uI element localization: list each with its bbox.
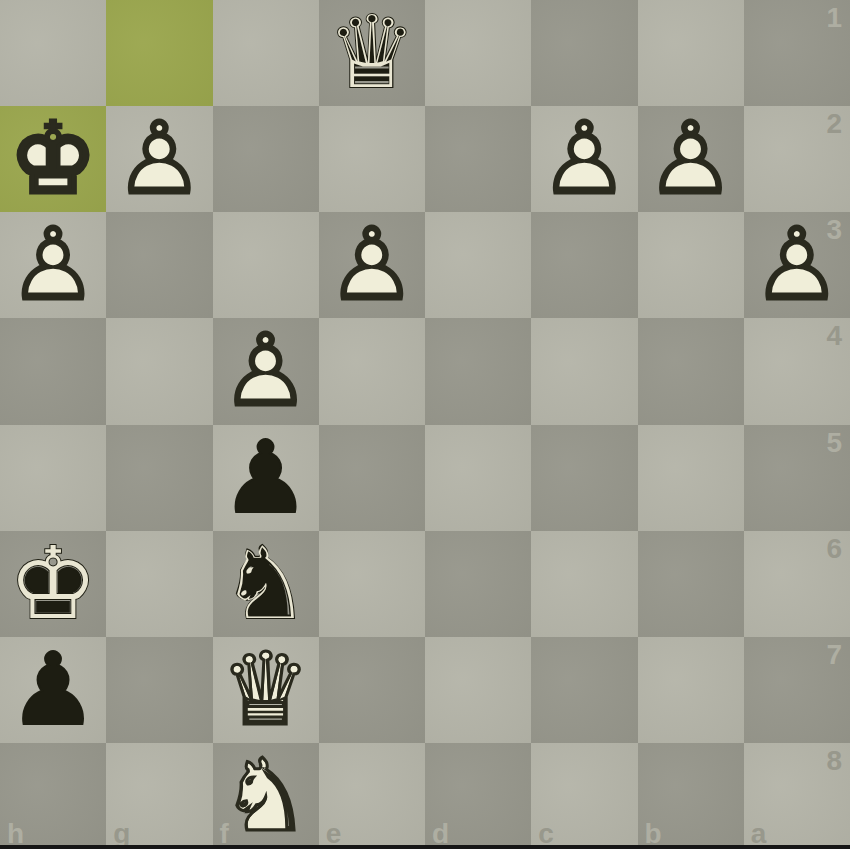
- chess-board[interactable]: ♛♕1♚♔♟♙♟♙♟♙2♟♙♟♙3♟♙♟♙4♟5♚♔♞♘6♟♛♕7hgf♞♘ed…: [0, 0, 850, 849]
- square-e1[interactable]: ♛♕: [319, 0, 425, 106]
- square-b8[interactable]: b: [638, 743, 744, 849]
- square-a1[interactable]: 1: [744, 0, 850, 106]
- white-pawn-piece[interactable]: ♟♙: [213, 318, 319, 424]
- square-g6[interactable]: [106, 531, 212, 637]
- square-f5[interactable]: ♟: [213, 425, 319, 531]
- rank-label-4: 4: [826, 320, 842, 352]
- square-a5[interactable]: 5: [744, 425, 850, 531]
- black-king-piece[interactable]: ♚♔: [0, 531, 106, 637]
- white-pawn-piece[interactable]: ♟♙: [319, 212, 425, 318]
- rank-label-2: 2: [826, 108, 842, 140]
- square-d1[interactable]: [425, 0, 531, 106]
- square-h4[interactable]: [0, 318, 106, 424]
- square-d3[interactable]: [425, 212, 531, 318]
- black-knight-piece[interactable]: ♞♘: [213, 531, 319, 637]
- square-b3[interactable]: [638, 212, 744, 318]
- white-pawn-piece[interactable]: ♟♙: [106, 106, 212, 212]
- square-b1[interactable]: [638, 0, 744, 106]
- square-h3[interactable]: ♟♙: [0, 212, 106, 318]
- square-f4[interactable]: ♟♙: [213, 318, 319, 424]
- queen-glyph-detail: ♕: [327, 3, 417, 103]
- square-h7[interactable]: ♟: [0, 637, 106, 743]
- square-a2[interactable]: 2: [744, 106, 850, 212]
- square-g8[interactable]: g: [106, 743, 212, 849]
- square-b7[interactable]: [638, 637, 744, 743]
- square-g3[interactable]: [106, 212, 212, 318]
- square-d2[interactable]: [425, 106, 531, 212]
- square-c3[interactable]: [531, 212, 637, 318]
- white-pawn-piece[interactable]: ♟♙: [0, 212, 106, 318]
- square-e5[interactable]: [319, 425, 425, 531]
- square-b4[interactable]: [638, 318, 744, 424]
- square-c5[interactable]: [531, 425, 637, 531]
- rank-label-5: 5: [826, 427, 842, 459]
- square-c8[interactable]: c: [531, 743, 637, 849]
- square-c4[interactable]: [531, 318, 637, 424]
- king-glyph-detail: ♔: [8, 109, 98, 209]
- square-d5[interactable]: [425, 425, 531, 531]
- pawn-glyph-detail: ♙: [221, 321, 311, 421]
- square-d4[interactable]: [425, 318, 531, 424]
- square-a6[interactable]: 6: [744, 531, 850, 637]
- black-pawn-piece[interactable]: ♟: [0, 637, 106, 743]
- square-d7[interactable]: [425, 637, 531, 743]
- pawn-glyph-detail: ♙: [115, 109, 205, 209]
- knight-glyph-detail: ♘: [221, 534, 311, 634]
- black-queen-piece[interactable]: ♛♕: [319, 0, 425, 106]
- square-c1[interactable]: [531, 0, 637, 106]
- pawn-glyph-fill: ♟: [8, 640, 98, 740]
- square-a8[interactable]: 8a: [744, 743, 850, 849]
- square-c2[interactable]: ♟♙: [531, 106, 637, 212]
- king-glyph-detail: ♔: [8, 534, 98, 634]
- square-f6[interactable]: ♞♘: [213, 531, 319, 637]
- bottom-border: [0, 845, 850, 849]
- pawn-glyph-detail: ♙: [646, 109, 736, 209]
- square-e3[interactable]: ♟♙: [319, 212, 425, 318]
- square-d6[interactable]: [425, 531, 531, 637]
- square-b5[interactable]: [638, 425, 744, 531]
- square-g5[interactable]: [106, 425, 212, 531]
- square-e7[interactable]: [319, 637, 425, 743]
- square-f3[interactable]: [213, 212, 319, 318]
- white-pawn-piece[interactable]: ♟♙: [744, 212, 850, 318]
- square-d8[interactable]: d: [425, 743, 531, 849]
- white-king-piece[interactable]: ♚♔: [0, 106, 106, 212]
- white-queen-piece[interactable]: ♛♕: [213, 637, 319, 743]
- rank-label-1: 1: [826, 2, 842, 34]
- square-e8[interactable]: e: [319, 743, 425, 849]
- square-f8[interactable]: f♞♘: [213, 743, 319, 849]
- white-pawn-piece[interactable]: ♟♙: [638, 106, 744, 212]
- pawn-glyph-detail: ♙: [540, 109, 630, 209]
- black-pawn-piece[interactable]: ♟: [213, 425, 319, 531]
- queen-glyph-detail: ♕: [221, 640, 311, 740]
- square-h2[interactable]: ♚♔: [0, 106, 106, 212]
- square-g1[interactable]: [106, 0, 212, 106]
- rank-label-6: 6: [826, 533, 842, 565]
- square-b2[interactable]: ♟♙: [638, 106, 744, 212]
- square-f1[interactable]: [213, 0, 319, 106]
- white-pawn-piece[interactable]: ♟♙: [531, 106, 637, 212]
- square-c7[interactable]: [531, 637, 637, 743]
- square-c6[interactable]: [531, 531, 637, 637]
- rank-label-7: 7: [826, 639, 842, 671]
- square-a7[interactable]: 7: [744, 637, 850, 743]
- square-e4[interactable]: [319, 318, 425, 424]
- pawn-glyph-detail: ♙: [752, 215, 842, 315]
- pawn-glyph-detail: ♙: [8, 215, 98, 315]
- square-e2[interactable]: [319, 106, 425, 212]
- square-h5[interactable]: [0, 425, 106, 531]
- square-g2[interactable]: ♟♙: [106, 106, 212, 212]
- white-knight-piece[interactable]: ♞♘: [213, 743, 319, 849]
- knight-glyph-detail: ♘: [221, 746, 311, 846]
- pawn-glyph-detail: ♙: [327, 215, 417, 315]
- square-a3[interactable]: 3♟♙: [744, 212, 850, 318]
- square-f7[interactable]: ♛♕: [213, 637, 319, 743]
- square-b6[interactable]: [638, 531, 744, 637]
- square-h8[interactable]: h: [0, 743, 106, 849]
- square-g7[interactable]: [106, 637, 212, 743]
- square-h1[interactable]: [0, 0, 106, 106]
- square-f2[interactable]: [213, 106, 319, 212]
- square-h6[interactable]: ♚♔: [0, 531, 106, 637]
- square-g4[interactable]: [106, 318, 212, 424]
- pawn-glyph-fill: ♟: [221, 428, 311, 528]
- square-a4[interactable]: 4: [744, 318, 850, 424]
- rank-label-8: 8: [826, 745, 842, 777]
- square-e6[interactable]: [319, 531, 425, 637]
